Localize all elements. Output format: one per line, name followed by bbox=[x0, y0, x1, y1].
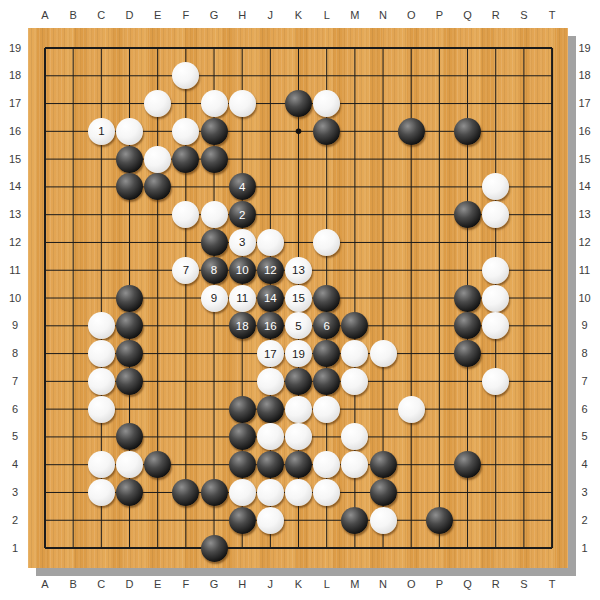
coordinate-label-bottom: G bbox=[202, 577, 226, 592]
coordinate-label-bottom: Q bbox=[456, 577, 480, 592]
stone-black[interactable] bbox=[201, 146, 228, 173]
coordinate-label-right: 9 bbox=[571, 318, 598, 333]
coordinate-label-bottom: B bbox=[61, 577, 85, 592]
stone-black[interactable] bbox=[257, 451, 284, 478]
coordinate-label-right: 2 bbox=[571, 513, 598, 528]
coordinate-label-right: 7 bbox=[571, 374, 598, 389]
coordinate-label-right: 6 bbox=[571, 402, 598, 417]
stone-white[interactable] bbox=[313, 229, 340, 256]
coordinate-label-top: F bbox=[174, 8, 198, 23]
stone-black[interactable] bbox=[313, 368, 340, 395]
stone-white[interactable] bbox=[313, 479, 340, 506]
coordinate-label-left: 14 bbox=[2, 179, 28, 194]
stone-white[interactable] bbox=[257, 479, 284, 506]
coordinate-label-top: K bbox=[287, 8, 311, 23]
stone-black[interactable] bbox=[116, 285, 143, 312]
coordinate-label-bottom: D bbox=[118, 577, 142, 592]
coordinate-label-left: 3 bbox=[2, 485, 28, 500]
stone-white[interactable] bbox=[116, 118, 143, 145]
move-number-label: 15 bbox=[285, 285, 312, 312]
stone-black[interactable] bbox=[285, 368, 312, 395]
move-number-label: 10 bbox=[229, 257, 256, 284]
stone-black[interactable] bbox=[398, 118, 425, 145]
move-number-label: 19 bbox=[285, 340, 312, 367]
coordinate-label-bottom: J bbox=[258, 577, 282, 592]
stone-black[interactable]: 16 bbox=[257, 312, 284, 339]
coordinate-label-top: Q bbox=[456, 8, 480, 23]
coordinate-label-left: 8 bbox=[2, 346, 28, 361]
stone-white[interactable]: 19 bbox=[285, 340, 312, 367]
coordinate-label-right: 5 bbox=[571, 429, 598, 444]
stone-black[interactable] bbox=[285, 90, 312, 117]
stone-white[interactable] bbox=[229, 479, 256, 506]
stone-white[interactable] bbox=[116, 451, 143, 478]
coordinate-label-right: 14 bbox=[571, 179, 598, 194]
coordinate-label-right: 8 bbox=[571, 346, 598, 361]
coordinate-label-right: 11 bbox=[571, 263, 598, 278]
move-number-label: 17 bbox=[257, 340, 284, 367]
coordinate-label-left: 9 bbox=[2, 318, 28, 333]
stone-white[interactable]: 1 bbox=[88, 118, 115, 145]
coordinate-label-top: P bbox=[427, 8, 451, 23]
coordinate-label-right: 4 bbox=[571, 457, 598, 472]
stone-white[interactable] bbox=[88, 368, 115, 395]
stone-black[interactable] bbox=[229, 423, 256, 450]
stone-black[interactable] bbox=[116, 479, 143, 506]
stone-black[interactable] bbox=[116, 340, 143, 367]
stone-black[interactable] bbox=[116, 146, 143, 173]
coordinate-label-top: O bbox=[399, 8, 423, 23]
stone-black[interactable] bbox=[172, 146, 199, 173]
stone-white[interactable] bbox=[201, 90, 228, 117]
stone-black[interactable] bbox=[454, 285, 481, 312]
stone-black[interactable] bbox=[454, 118, 481, 145]
stone-white[interactable] bbox=[144, 146, 171, 173]
coordinate-label-right: 1 bbox=[571, 541, 598, 556]
stone-black[interactable]: 4 bbox=[229, 173, 256, 200]
stone-black[interactable]: 12 bbox=[257, 257, 284, 284]
coordinate-label-bottom: N bbox=[371, 577, 395, 592]
move-number-label: 2 bbox=[229, 201, 256, 228]
coordinate-label-bottom: A bbox=[33, 577, 57, 592]
coordinate-label-bottom: R bbox=[484, 577, 508, 592]
stone-white[interactable]: 17 bbox=[257, 340, 284, 367]
coordinate-label-right: 12 bbox=[571, 235, 598, 250]
move-number-label: 12 bbox=[257, 257, 284, 284]
stone-white[interactable]: 7 bbox=[172, 257, 199, 284]
stone-black[interactable] bbox=[285, 451, 312, 478]
coordinate-label-bottom: F bbox=[174, 577, 198, 592]
coordinate-label-top: C bbox=[89, 8, 113, 23]
stone-black[interactable] bbox=[341, 507, 368, 534]
move-number-label: 1 bbox=[88, 118, 115, 145]
coordinate-label-left: 2 bbox=[2, 513, 28, 528]
coordinate-label-bottom: E bbox=[146, 577, 170, 592]
stone-white[interactable] bbox=[229, 90, 256, 117]
stone-black[interactable] bbox=[201, 229, 228, 256]
stone-white[interactable] bbox=[257, 368, 284, 395]
stone-white[interactable] bbox=[88, 451, 115, 478]
stone-white[interactable] bbox=[88, 396, 115, 423]
coordinate-label-bottom: C bbox=[89, 577, 113, 592]
coordinate-label-top: T bbox=[540, 8, 564, 23]
coordinate-label-left: 5 bbox=[2, 429, 28, 444]
stone-black[interactable]: 10 bbox=[229, 257, 256, 284]
coordinate-label-right: 18 bbox=[571, 68, 598, 83]
move-number-label: 7 bbox=[172, 257, 199, 284]
coordinate-label-left: 13 bbox=[2, 207, 28, 222]
stone-black[interactable]: 6 bbox=[313, 312, 340, 339]
stone-black[interactable]: 18 bbox=[229, 312, 256, 339]
stone-black[interactable] bbox=[201, 535, 228, 562]
coordinate-label-left: 7 bbox=[2, 374, 28, 389]
move-number-label: 13 bbox=[285, 257, 312, 284]
stone-white[interactable] bbox=[257, 229, 284, 256]
stone-white[interactable] bbox=[313, 396, 340, 423]
coordinate-label-left: 11 bbox=[2, 263, 28, 278]
coordinate-label-top: E bbox=[146, 8, 170, 23]
move-number-label: 6 bbox=[313, 312, 340, 339]
stone-white[interactable] bbox=[257, 507, 284, 534]
stone-black[interactable] bbox=[257, 396, 284, 423]
move-number-label: 3 bbox=[229, 229, 256, 256]
coordinate-label-bottom: M bbox=[343, 577, 367, 592]
stone-black[interactable] bbox=[201, 118, 228, 145]
coordinate-label-right: 3 bbox=[571, 485, 598, 500]
stone-white[interactable] bbox=[482, 368, 509, 395]
coordinate-label-left: 18 bbox=[2, 68, 28, 83]
stone-black[interactable] bbox=[313, 118, 340, 145]
stone-black[interactable] bbox=[116, 368, 143, 395]
stone-black[interactable] bbox=[370, 479, 397, 506]
stone-white[interactable] bbox=[201, 201, 228, 228]
stone-black[interactable] bbox=[313, 285, 340, 312]
coordinate-label-right: 16 bbox=[571, 124, 598, 139]
move-number-label: 11 bbox=[229, 285, 256, 312]
stone-white[interactable] bbox=[370, 507, 397, 534]
move-number-label: 4 bbox=[229, 173, 256, 200]
coordinate-label-top: B bbox=[61, 8, 85, 23]
stone-black[interactable]: 2 bbox=[229, 201, 256, 228]
coordinate-label-left: 17 bbox=[2, 96, 28, 111]
stone-white[interactable] bbox=[88, 312, 115, 339]
coordinate-label-bottom: S bbox=[512, 577, 536, 592]
coordinate-label-top: A bbox=[33, 8, 57, 23]
coordinate-label-bottom: H bbox=[230, 577, 254, 592]
stone-black[interactable] bbox=[454, 340, 481, 367]
coordinate-label-top: D bbox=[118, 8, 142, 23]
coordinate-label-bottom: O bbox=[399, 577, 423, 592]
stone-white[interactable] bbox=[88, 479, 115, 506]
move-number-label: 16 bbox=[257, 312, 284, 339]
stone-white[interactable] bbox=[88, 340, 115, 367]
coordinate-label-left: 6 bbox=[2, 402, 28, 417]
coordinate-label-top: G bbox=[202, 8, 226, 23]
coordinate-label-bottom: K bbox=[287, 577, 311, 592]
coordinate-label-left: 15 bbox=[2, 152, 28, 167]
coordinate-label-left: 1 bbox=[2, 541, 28, 556]
stone-white[interactable] bbox=[285, 479, 312, 506]
star-point bbox=[296, 129, 302, 135]
coordinate-label-left: 16 bbox=[2, 124, 28, 139]
stone-white[interactable] bbox=[172, 118, 199, 145]
move-number-label: 8 bbox=[201, 257, 228, 284]
move-number-label: 18 bbox=[229, 312, 256, 339]
stone-white[interactable]: 11 bbox=[229, 285, 256, 312]
coordinate-label-top: L bbox=[315, 8, 339, 23]
stone-black[interactable] bbox=[229, 396, 256, 423]
move-number-label: 9 bbox=[201, 285, 228, 312]
stone-white[interactable]: 3 bbox=[229, 229, 256, 256]
coordinate-label-bottom: T bbox=[540, 577, 564, 592]
stone-black[interactable] bbox=[229, 451, 256, 478]
stone-white[interactable] bbox=[398, 396, 425, 423]
coordinate-label-top: R bbox=[484, 8, 508, 23]
coordinate-label-top: H bbox=[230, 8, 254, 23]
coordinate-label-top: N bbox=[371, 8, 395, 23]
stone-black[interactable] bbox=[370, 451, 397, 478]
coordinate-label-top: S bbox=[512, 8, 536, 23]
stone-black[interactable] bbox=[426, 507, 453, 534]
coordinate-label-right: 15 bbox=[571, 152, 598, 167]
stone-white[interactable] bbox=[285, 396, 312, 423]
coordinate-label-right: 10 bbox=[571, 291, 598, 306]
coordinate-label-left: 10 bbox=[2, 291, 28, 306]
coordinate-label-left: 12 bbox=[2, 235, 28, 250]
go-diagram: 14237810121391114151816561719 AABBCCDDEE… bbox=[0, 0, 600, 600]
coordinate-label-right: 17 bbox=[571, 96, 598, 111]
move-number-label: 5 bbox=[285, 312, 312, 339]
coordinate-label-top: M bbox=[343, 8, 367, 23]
stone-white[interactable]: 5 bbox=[285, 312, 312, 339]
move-number-label: 14 bbox=[257, 285, 284, 312]
coordinate-label-left: 4 bbox=[2, 457, 28, 472]
coordinate-label-bottom: L bbox=[315, 577, 339, 592]
stone-black[interactable]: 14 bbox=[257, 285, 284, 312]
coordinate-label-bottom: P bbox=[427, 577, 451, 592]
stone-white[interactable] bbox=[482, 285, 509, 312]
stone-white[interactable] bbox=[370, 340, 397, 367]
stone-black[interactable]: 8 bbox=[201, 257, 228, 284]
coordinate-label-left: 19 bbox=[2, 41, 28, 56]
go-board[interactable]: 14237810121391114151816561719 bbox=[28, 28, 568, 568]
coordinate-label-right: 19 bbox=[571, 41, 598, 56]
stone-white[interactable]: 13 bbox=[285, 257, 312, 284]
stone-black[interactable] bbox=[229, 507, 256, 534]
stone-white[interactable] bbox=[482, 257, 509, 284]
coordinate-label-top: J bbox=[258, 8, 282, 23]
stone-white[interactable]: 9 bbox=[201, 285, 228, 312]
stone-white[interactable]: 15 bbox=[285, 285, 312, 312]
coordinate-label-right: 13 bbox=[571, 207, 598, 222]
stone-black[interactable] bbox=[201, 479, 228, 506]
